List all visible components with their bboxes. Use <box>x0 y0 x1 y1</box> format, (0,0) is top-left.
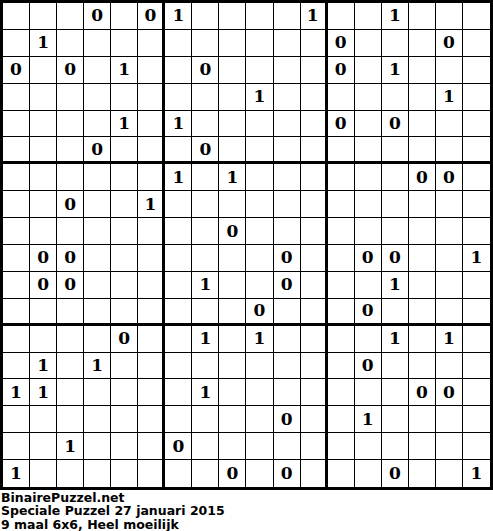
cell-r9c16[interactable] <box>409 218 436 245</box>
cell-r4c11[interactable] <box>274 84 301 111</box>
cell-r11c5[interactable] <box>111 272 138 299</box>
cell-r4c12[interactable] <box>301 84 328 111</box>
cell-r16c1[interactable] <box>3 406 30 433</box>
cell-r10c10[interactable] <box>246 245 273 272</box>
cell-r13c15: 1 <box>382 326 409 353</box>
cell-r15c10[interactable] <box>246 379 273 406</box>
cell-r12c1[interactable] <box>3 299 30 326</box>
cell-r17c12[interactable] <box>301 433 328 460</box>
cell-r17c2[interactable] <box>30 433 57 460</box>
cell-r1c8[interactable] <box>192 3 219 30</box>
cell-r14c7[interactable] <box>165 353 192 380</box>
cell-r16c6[interactable] <box>138 406 165 433</box>
cell-r16c14: 1 <box>355 406 382 433</box>
cell-r18c17[interactable] <box>436 460 463 487</box>
cell-r11c4[interactable] <box>84 272 111 299</box>
cell-r12c8[interactable] <box>192 299 219 326</box>
cell-r14c16[interactable] <box>409 353 436 380</box>
cell-r17c18[interactable] <box>463 433 490 460</box>
cell-r9c5[interactable] <box>111 218 138 245</box>
cell-r17c3: 1 <box>57 433 84 460</box>
cell-r18c6[interactable] <box>138 460 165 487</box>
cell-r3c10[interactable] <box>246 57 273 84</box>
cell-r12c6[interactable] <box>138 299 165 326</box>
cell-r8c3: 0 <box>57 191 84 218</box>
cell-r17c8[interactable] <box>192 433 219 460</box>
cell-r3c6[interactable] <box>138 57 165 84</box>
cell-r11c18[interactable] <box>463 272 490 299</box>
cell-r9c2[interactable] <box>30 218 57 245</box>
cell-r12c11[interactable] <box>274 299 301 326</box>
cell-r10c6[interactable] <box>138 245 165 272</box>
cell-r17c17[interactable] <box>436 433 463 460</box>
cell-r15c2: 1 <box>30 379 57 406</box>
cell-r17c6[interactable] <box>138 433 165 460</box>
cell-r10c14: 0 <box>355 245 382 272</box>
cell-r3c1: 0 <box>3 57 30 84</box>
cell-r16c13[interactable] <box>328 406 355 433</box>
cell-r17c14[interactable] <box>355 433 382 460</box>
cell-r15c15[interactable] <box>382 379 409 406</box>
cell-r4c6[interactable] <box>138 84 165 111</box>
cell-r9c6[interactable] <box>138 218 165 245</box>
cell-r8c8[interactable] <box>192 191 219 218</box>
cell-r3c16[interactable] <box>409 57 436 84</box>
cell-r2c10[interactable] <box>246 30 273 57</box>
cell-r14c6[interactable] <box>138 353 165 380</box>
cell-r9c14[interactable] <box>355 218 382 245</box>
cell-r8c14[interactable] <box>355 191 382 218</box>
cell-r16c15[interactable] <box>382 406 409 433</box>
cell-r13c4[interactable] <box>84 326 111 353</box>
cell-r12c4[interactable] <box>84 299 111 326</box>
cell-r4c15[interactable] <box>382 84 409 111</box>
cell-r12c9[interactable] <box>219 299 246 326</box>
cell-r9c7[interactable] <box>165 218 192 245</box>
cell-r4c3[interactable] <box>57 84 84 111</box>
cell-r12c17[interactable] <box>436 299 463 326</box>
cell-r1c16[interactable] <box>409 3 436 30</box>
cell-r2c6[interactable] <box>138 30 165 57</box>
cell-r12c16[interactable] <box>409 299 436 326</box>
cell-r10c4[interactable] <box>84 245 111 272</box>
cell-r9c11[interactable] <box>274 218 301 245</box>
cell-r18c14[interactable] <box>355 460 382 487</box>
cell-r1c10[interactable] <box>246 3 273 30</box>
cell-r2c15[interactable] <box>382 30 409 57</box>
cell-r8c9[interactable] <box>219 191 246 218</box>
cell-r8c1[interactable] <box>3 191 30 218</box>
cell-r18c13[interactable] <box>328 460 355 487</box>
cell-r5c12[interactable] <box>301 111 328 138</box>
cell-r10c7[interactable] <box>165 245 192 272</box>
cell-r8c16[interactable] <box>409 191 436 218</box>
cell-r1c17[interactable] <box>436 3 463 30</box>
cell-r17c9[interactable] <box>219 433 246 460</box>
cell-r7c5[interactable] <box>111 164 138 191</box>
cell-r7c16: 0 <box>409 164 436 191</box>
cell-r9c12[interactable] <box>301 218 328 245</box>
cell-r6c18[interactable] <box>463 137 490 164</box>
cell-r11c7[interactable] <box>165 272 192 299</box>
cell-r3c14[interactable] <box>355 57 382 84</box>
cell-r3c9[interactable] <box>219 57 246 84</box>
cell-r16c5[interactable] <box>111 406 138 433</box>
cell-r16c4[interactable] <box>84 406 111 433</box>
cell-r2c8[interactable] <box>192 30 219 57</box>
cell-r9c4[interactable] <box>84 218 111 245</box>
cell-r18c5[interactable] <box>111 460 138 487</box>
cell-r6c2[interactable] <box>30 137 57 164</box>
cell-r1c9[interactable] <box>219 3 246 30</box>
cell-r6c11[interactable] <box>274 137 301 164</box>
cell-r17c10[interactable] <box>246 433 273 460</box>
cell-r14c9[interactable] <box>219 353 246 380</box>
cell-r13c9[interactable] <box>219 326 246 353</box>
cell-r7c7: 1 <box>165 164 192 191</box>
cell-r12c5[interactable] <box>111 299 138 326</box>
cell-r2c18[interactable] <box>463 30 490 57</box>
cell-r7c15[interactable] <box>382 164 409 191</box>
cell-r3c5: 1 <box>111 57 138 84</box>
cell-r17c13[interactable] <box>328 433 355 460</box>
cell-r13c8: 1 <box>192 326 219 353</box>
cell-r12c15[interactable] <box>382 299 409 326</box>
cell-r8c17[interactable] <box>436 191 463 218</box>
cell-r6c10[interactable] <box>246 137 273 164</box>
cell-r16c8[interactable] <box>192 406 219 433</box>
cell-r5c3[interactable] <box>57 111 84 138</box>
cell-r6c16[interactable] <box>409 137 436 164</box>
cell-r6c17[interactable] <box>436 137 463 164</box>
cell-r13c1[interactable] <box>3 326 30 353</box>
cell-r15c5[interactable] <box>111 379 138 406</box>
cell-r1c4: 0 <box>84 3 111 30</box>
cell-r7c18[interactable] <box>463 164 490 191</box>
cell-r18c4[interactable] <box>84 460 111 487</box>
cell-r8c10[interactable] <box>246 191 273 218</box>
cell-r1c13[interactable] <box>328 3 355 30</box>
cell-r15c4[interactable] <box>84 379 111 406</box>
cell-r6c6[interactable] <box>138 137 165 164</box>
cell-r2c5[interactable] <box>111 30 138 57</box>
cell-r16c7[interactable] <box>165 406 192 433</box>
cell-r2c13: 0 <box>328 30 355 57</box>
cell-r17c11[interactable] <box>274 433 301 460</box>
cell-r10c3: 0 <box>57 245 84 272</box>
cell-r13c11[interactable] <box>274 326 301 353</box>
cell-r9c9: 0 <box>219 218 246 245</box>
cell-r2c3[interactable] <box>57 30 84 57</box>
cell-r4c8[interactable] <box>192 84 219 111</box>
cell-r6c8: 0 <box>192 137 219 164</box>
cell-r16c17[interactable] <box>436 406 463 433</box>
cell-r3c2[interactable] <box>30 57 57 84</box>
cell-r14c3[interactable] <box>57 353 84 380</box>
cell-r12c13[interactable] <box>328 299 355 326</box>
cell-r2c2: 1 <box>30 30 57 57</box>
cell-r3c8: 0 <box>192 57 219 84</box>
site-name: BinairePuzzel.net <box>1 491 493 504</box>
cell-r7c12[interactable] <box>301 164 328 191</box>
cell-r10c8[interactable] <box>192 245 219 272</box>
cell-r17c1[interactable] <box>3 433 30 460</box>
cell-r5c10[interactable] <box>246 111 273 138</box>
cell-r5c1[interactable] <box>3 111 30 138</box>
cell-r8c15[interactable] <box>382 191 409 218</box>
cell-r11c1[interactable] <box>3 272 30 299</box>
cell-r10c13[interactable] <box>328 245 355 272</box>
cell-r6c15[interactable] <box>382 137 409 164</box>
cell-r13c13[interactable] <box>328 326 355 353</box>
cell-r13c16[interactable] <box>409 326 436 353</box>
cell-r16c16[interactable] <box>409 406 436 433</box>
cell-r11c12[interactable] <box>301 272 328 299</box>
cell-r15c9[interactable] <box>219 379 246 406</box>
cell-r7c3[interactable] <box>57 164 84 191</box>
cell-r15c11[interactable] <box>274 379 301 406</box>
cell-r18c8[interactable] <box>192 460 219 487</box>
cell-r2c7[interactable] <box>165 30 192 57</box>
cell-r3c4[interactable] <box>84 57 111 84</box>
cell-r16c2[interactable] <box>30 406 57 433</box>
cell-r6c1[interactable] <box>3 137 30 164</box>
cell-r6c5[interactable] <box>111 137 138 164</box>
cell-r1c5[interactable] <box>111 3 138 30</box>
cell-r7c17: 0 <box>436 164 463 191</box>
cell-r16c18[interactable] <box>463 406 490 433</box>
cell-r14c11[interactable] <box>274 353 301 380</box>
cell-r18c16[interactable] <box>409 460 436 487</box>
cell-r11c14[interactable] <box>355 272 382 299</box>
cell-r4c2[interactable] <box>30 84 57 111</box>
cell-r7c4[interactable] <box>84 164 111 191</box>
cell-r1c3[interactable] <box>57 3 84 30</box>
cell-r12c3[interactable] <box>57 299 84 326</box>
cell-r6c12[interactable] <box>301 137 328 164</box>
cell-r9c8[interactable] <box>192 218 219 245</box>
cell-r9c1[interactable] <box>3 218 30 245</box>
cell-r18c10[interactable] <box>246 460 273 487</box>
cell-r9c3[interactable] <box>57 218 84 245</box>
cell-r9c18[interactable] <box>463 218 490 245</box>
cell-r6c14[interactable] <box>355 137 382 164</box>
cell-r15c6[interactable] <box>138 379 165 406</box>
cell-r13c18[interactable] <box>463 326 490 353</box>
cell-r11c9[interactable] <box>219 272 246 299</box>
cell-r4c16[interactable] <box>409 84 436 111</box>
cell-r14c13[interactable] <box>328 353 355 380</box>
cell-r14c2: 1 <box>30 353 57 380</box>
cell-r6c9[interactable] <box>219 137 246 164</box>
cell-r14c18[interactable] <box>463 353 490 380</box>
cell-r3c11[interactable] <box>274 57 301 84</box>
cell-r5c16[interactable] <box>409 111 436 138</box>
cell-r4c14[interactable] <box>355 84 382 111</box>
cell-r10c9[interactable] <box>219 245 246 272</box>
cell-r4c7[interactable] <box>165 84 192 111</box>
cell-r1c12: 1 <box>301 3 328 30</box>
cell-r8c18[interactable] <box>463 191 490 218</box>
cell-r8c12[interactable] <box>301 191 328 218</box>
cell-r6c3[interactable] <box>57 137 84 164</box>
cell-r17c5[interactable] <box>111 433 138 460</box>
cell-r12c2[interactable] <box>30 299 57 326</box>
cell-r3c17[interactable] <box>436 57 463 84</box>
cell-r5c2[interactable] <box>30 111 57 138</box>
cell-r10c12[interactable] <box>301 245 328 272</box>
cell-r1c2[interactable] <box>30 3 57 30</box>
cell-r2c11[interactable] <box>274 30 301 57</box>
cell-r5c13: 0 <box>328 111 355 138</box>
cell-r5c6[interactable] <box>138 111 165 138</box>
cell-r4c5[interactable] <box>111 84 138 111</box>
cell-r3c7[interactable] <box>165 57 192 84</box>
cell-r2c12[interactable] <box>301 30 328 57</box>
cell-r1c18[interactable] <box>463 3 490 30</box>
cell-r2c17: 0 <box>436 30 463 57</box>
cell-r7c10[interactable] <box>246 164 273 191</box>
cell-r10c18: 1 <box>463 245 490 272</box>
cell-r8c4[interactable] <box>84 191 111 218</box>
cell-r4c1[interactable] <box>3 84 30 111</box>
cell-r13c12[interactable] <box>301 326 328 353</box>
cell-r18c9: 0 <box>219 460 246 487</box>
cell-r5c15: 0 <box>382 111 409 138</box>
cell-r15c3[interactable] <box>57 379 84 406</box>
cell-r2c14[interactable] <box>355 30 382 57</box>
cell-r11c17[interactable] <box>436 272 463 299</box>
cell-r13c17: 1 <box>436 326 463 353</box>
cell-r3c18[interactable] <box>463 57 490 84</box>
cell-r17c16[interactable] <box>409 433 436 460</box>
cell-r9c15[interactable] <box>382 218 409 245</box>
cell-r4c13[interactable] <box>328 84 355 111</box>
cell-r7c11[interactable] <box>274 164 301 191</box>
cell-r10c16[interactable] <box>409 245 436 272</box>
cell-r11c3: 0 <box>57 272 84 299</box>
cell-r11c10[interactable] <box>246 272 273 299</box>
cell-r18c7[interactable] <box>165 460 192 487</box>
cell-r5c11[interactable] <box>274 111 301 138</box>
cell-r16c3[interactable] <box>57 406 84 433</box>
cell-r14c10[interactable] <box>246 353 273 380</box>
cell-r17c4[interactable] <box>84 433 111 460</box>
cell-r11c6[interactable] <box>138 272 165 299</box>
cell-r5c9[interactable] <box>219 111 246 138</box>
cell-r11c13[interactable] <box>328 272 355 299</box>
cell-r3c12[interactable] <box>301 57 328 84</box>
cell-r16c9[interactable] <box>219 406 246 433</box>
cell-r15c13[interactable] <box>328 379 355 406</box>
cell-r14c1[interactable] <box>3 353 30 380</box>
cell-r5c4[interactable] <box>84 111 111 138</box>
cell-r8c7[interactable] <box>165 191 192 218</box>
cell-r11c16[interactable] <box>409 272 436 299</box>
cell-r9c10[interactable] <box>246 218 273 245</box>
cell-r11c8: 1 <box>192 272 219 299</box>
cell-r2c16[interactable] <box>409 30 436 57</box>
cell-r7c1[interactable] <box>3 164 30 191</box>
cell-r15c18[interactable] <box>463 379 490 406</box>
cell-r1c1[interactable] <box>3 3 30 30</box>
cell-r1c14[interactable] <box>355 3 382 30</box>
cell-r13c10: 1 <box>246 326 273 353</box>
cell-r15c16: 0 <box>409 379 436 406</box>
cell-r10c1[interactable] <box>3 245 30 272</box>
cell-r13c3[interactable] <box>57 326 84 353</box>
cell-r15c14[interactable] <box>355 379 382 406</box>
cell-r14c15[interactable] <box>382 353 409 380</box>
cell-r6c7[interactable] <box>165 137 192 164</box>
cell-r12c7[interactable] <box>165 299 192 326</box>
cell-r14c17[interactable] <box>436 353 463 380</box>
cell-r18c3[interactable] <box>57 460 84 487</box>
cell-r12c12[interactable] <box>301 299 328 326</box>
puzzle-subtitle: 9 maal 6x6, Heel moeilijk <box>1 518 493 531</box>
cell-r4c4[interactable] <box>84 84 111 111</box>
cell-r6c13[interactable] <box>328 137 355 164</box>
cell-r1c11[interactable] <box>274 3 301 30</box>
cell-r7c2[interactable] <box>30 164 57 191</box>
cell-r6c4: 0 <box>84 137 111 164</box>
cell-r13c14[interactable] <box>355 326 382 353</box>
cell-r18c11: 0 <box>274 460 301 487</box>
cell-r9c13[interactable] <box>328 218 355 245</box>
cell-r13c6[interactable] <box>138 326 165 353</box>
cell-r9c17[interactable] <box>436 218 463 245</box>
cell-r18c15: 0 <box>382 460 409 487</box>
cell-r5c14[interactable] <box>355 111 382 138</box>
cell-r15c7[interactable] <box>165 379 192 406</box>
cell-r2c1[interactable] <box>3 30 30 57</box>
cell-r18c2[interactable] <box>30 460 57 487</box>
cell-r5c17[interactable] <box>436 111 463 138</box>
cell-r15c12[interactable] <box>301 379 328 406</box>
cell-r7c6[interactable] <box>138 164 165 191</box>
cell-r16c11: 0 <box>274 406 301 433</box>
cell-r11c2: 0 <box>30 272 57 299</box>
cell-r5c18[interactable] <box>463 111 490 138</box>
cell-r7c14[interactable] <box>355 164 382 191</box>
cell-r14c12[interactable] <box>301 353 328 380</box>
cell-r14c5[interactable] <box>111 353 138 380</box>
binary-puzzle-board: 0011110000100111110000110001000000100101… <box>0 0 493 490</box>
cell-r10c5[interactable] <box>111 245 138 272</box>
cell-r16c10[interactable] <box>246 406 273 433</box>
cell-r2c4[interactable] <box>84 30 111 57</box>
cell-r13c7[interactable] <box>165 326 192 353</box>
cell-r8c2[interactable] <box>30 191 57 218</box>
cell-r12c18[interactable] <box>463 299 490 326</box>
cell-r2c9[interactable] <box>219 30 246 57</box>
cell-r4c9[interactable] <box>219 84 246 111</box>
cell-r16c12[interactable] <box>301 406 328 433</box>
cell-r8c5[interactable] <box>111 191 138 218</box>
cell-r7c13[interactable] <box>328 164 355 191</box>
cell-r8c13[interactable] <box>328 191 355 218</box>
cell-r18c12[interactable] <box>301 460 328 487</box>
cell-r4c18[interactable] <box>463 84 490 111</box>
cell-r17c15[interactable] <box>382 433 409 460</box>
cell-r5c8[interactable] <box>192 111 219 138</box>
cell-r14c8[interactable] <box>192 353 219 380</box>
cell-r13c2[interactable] <box>30 326 57 353</box>
cell-r8c11[interactable] <box>274 191 301 218</box>
cell-r15c8: 1 <box>192 379 219 406</box>
cell-r10c17[interactable] <box>436 245 463 272</box>
cell-r7c8[interactable] <box>192 164 219 191</box>
